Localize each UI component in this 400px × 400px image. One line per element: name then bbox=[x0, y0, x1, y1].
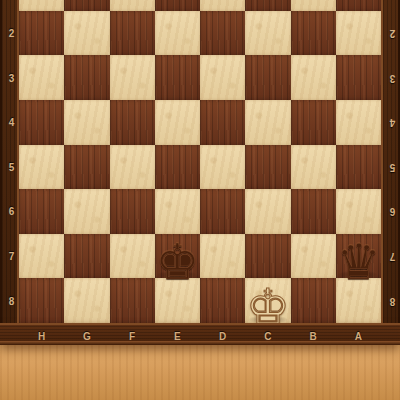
rank-label-right-7: 7 bbox=[383, 251, 400, 262]
rank-label-right-5: 5 bbox=[383, 161, 400, 172]
square-d4[interactable] bbox=[200, 100, 245, 145]
chess-scene: 12345678 12345678 HGFEDCBA ♚♚♛ bbox=[0, 0, 400, 400]
square-h8[interactable] bbox=[19, 278, 64, 323]
square-b4[interactable] bbox=[291, 100, 336, 145]
square-c3[interactable] bbox=[245, 55, 290, 100]
square-f5[interactable] bbox=[110, 145, 155, 190]
square-a4[interactable] bbox=[336, 100, 381, 145]
square-g8[interactable] bbox=[64, 278, 109, 323]
file-label-h: H bbox=[38, 331, 45, 342]
square-d5[interactable] bbox=[200, 145, 245, 190]
chess-board: 12345678 12345678 HGFEDCBA ♚♚♛ bbox=[0, 0, 400, 345]
rank-label-left-8: 8 bbox=[2, 295, 21, 306]
square-d1[interactable] bbox=[200, 0, 245, 11]
file-label-g: G bbox=[83, 331, 91, 342]
square-f6[interactable] bbox=[110, 189, 155, 234]
square-f2[interactable] bbox=[110, 11, 155, 56]
square-a1[interactable] bbox=[336, 0, 381, 11]
board-frame-right: 12345678 bbox=[381, 0, 400, 345]
rank-label-right-4: 4 bbox=[383, 117, 400, 128]
file-label-d: D bbox=[219, 331, 226, 342]
square-f7[interactable] bbox=[110, 234, 155, 279]
square-e2[interactable] bbox=[155, 11, 200, 56]
square-h6[interactable] bbox=[19, 189, 64, 234]
file-label-b: B bbox=[310, 331, 317, 342]
square-f3[interactable] bbox=[110, 55, 155, 100]
file-label-e: E bbox=[174, 331, 181, 342]
square-h2[interactable] bbox=[19, 11, 64, 56]
rank-label-right-2: 2 bbox=[383, 27, 400, 38]
square-c1[interactable] bbox=[245, 0, 290, 11]
square-b5[interactable] bbox=[291, 145, 336, 190]
square-b3[interactable] bbox=[291, 55, 336, 100]
square-c4[interactable] bbox=[245, 100, 290, 145]
piece-white-king-c8[interactable]: ♚ bbox=[245, 271, 291, 323]
square-f8[interactable] bbox=[110, 278, 155, 323]
square-g6[interactable] bbox=[64, 189, 109, 234]
square-a2[interactable] bbox=[336, 11, 381, 56]
rank-label-left-7: 7 bbox=[2, 251, 21, 262]
rank-label-left-4: 4 bbox=[2, 117, 21, 128]
square-c6[interactable] bbox=[245, 189, 290, 234]
square-h5[interactable] bbox=[19, 145, 64, 190]
board-frame-left: 12345678 bbox=[0, 0, 19, 345]
square-h7[interactable] bbox=[19, 234, 64, 279]
file-label-c: C bbox=[264, 331, 271, 342]
square-g1[interactable] bbox=[64, 0, 109, 11]
rank-label-left-2: 2 bbox=[2, 27, 21, 38]
square-b6[interactable] bbox=[291, 189, 336, 234]
black-queen-icon: ♛ bbox=[336, 238, 380, 287]
square-e1[interactable] bbox=[155, 0, 200, 11]
square-e4[interactable] bbox=[155, 100, 200, 145]
square-f4[interactable] bbox=[110, 100, 155, 145]
square-f1[interactable] bbox=[110, 0, 155, 11]
square-b8[interactable] bbox=[291, 278, 336, 323]
square-g3[interactable] bbox=[64, 55, 109, 100]
square-e3[interactable] bbox=[155, 55, 200, 100]
square-d7[interactable] bbox=[200, 234, 245, 279]
square-g5[interactable] bbox=[64, 145, 109, 190]
square-b7[interactable] bbox=[291, 234, 336, 279]
square-b1[interactable] bbox=[291, 0, 336, 11]
rank-label-left-6: 6 bbox=[2, 206, 21, 217]
square-d8[interactable] bbox=[200, 278, 245, 323]
piece-black-king-e7[interactable]: ♚ bbox=[154, 226, 200, 278]
square-h1[interactable] bbox=[19, 0, 64, 11]
square-c5[interactable] bbox=[245, 145, 290, 190]
square-g7[interactable] bbox=[64, 234, 109, 279]
rank-label-right-8: 8 bbox=[383, 295, 400, 306]
piece-black-queen-a7[interactable]: ♛ bbox=[335, 226, 381, 278]
square-g4[interactable] bbox=[64, 100, 109, 145]
square-h3[interactable] bbox=[19, 55, 64, 100]
square-h4[interactable] bbox=[19, 100, 64, 145]
file-label-a: A bbox=[355, 331, 362, 342]
rank-label-right-6: 6 bbox=[383, 206, 400, 217]
rank-label-left-5: 5 bbox=[2, 161, 21, 172]
square-d3[interactable] bbox=[200, 55, 245, 100]
square-a3[interactable] bbox=[336, 55, 381, 100]
rank-label-right-3: 3 bbox=[383, 72, 400, 83]
square-a5[interactable] bbox=[336, 145, 381, 190]
file-label-f: F bbox=[129, 331, 135, 342]
square-e5[interactable] bbox=[155, 145, 200, 190]
square-g2[interactable] bbox=[64, 11, 109, 56]
square-d6[interactable] bbox=[200, 189, 245, 234]
square-d2[interactable] bbox=[200, 11, 245, 56]
board-frame-bottom: HGFEDCBA bbox=[0, 323, 400, 345]
square-b2[interactable] bbox=[291, 11, 336, 56]
rank-label-left-3: 3 bbox=[2, 72, 21, 83]
black-king-icon: ♚ bbox=[155, 238, 199, 287]
square-c2[interactable] bbox=[245, 11, 290, 56]
